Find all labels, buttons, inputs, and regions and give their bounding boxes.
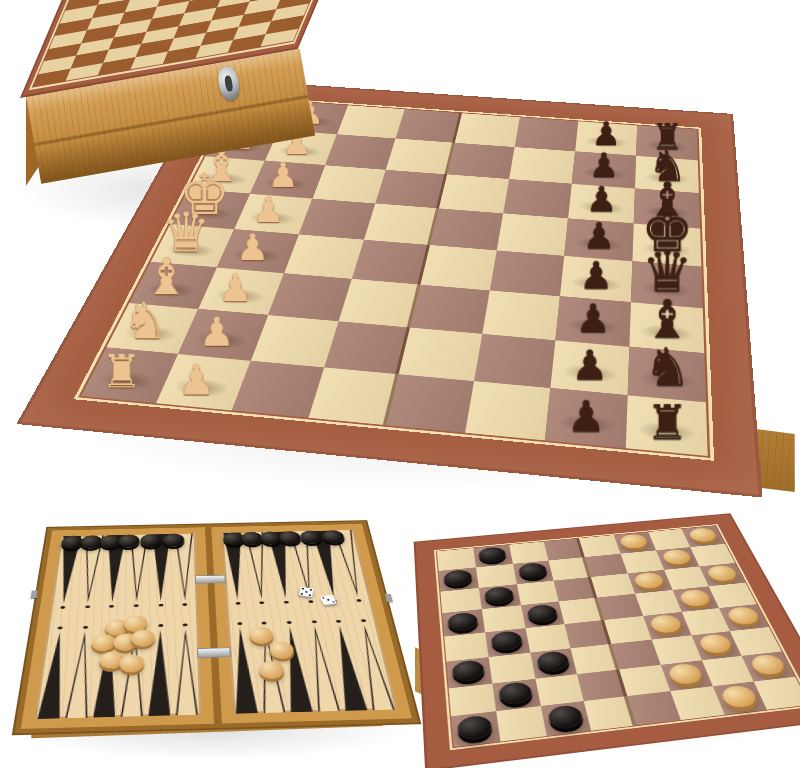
checkers-piece-black — [536, 651, 571, 673]
point-tip-dot — [336, 620, 342, 623]
checkers-piece-black — [452, 659, 485, 682]
chess-piece-black-r: ♜ — [645, 398, 688, 446]
chess-square — [465, 381, 550, 440]
point-tip-dot — [235, 602, 240, 605]
point-tip-dot — [158, 624, 163, 627]
chess-piece-black-p: ♟ — [571, 345, 608, 386]
checkers-scene — [398, 470, 800, 768]
checkers-square — [496, 706, 546, 741]
point-tip-dot — [262, 622, 267, 625]
checkers-piece-black — [547, 704, 585, 730]
point-tip-dot — [60, 606, 65, 609]
backgammon-scene — [6, 470, 421, 768]
clasp-hook-icon — [385, 594, 393, 602]
closed-box-scene — [6, 0, 436, 255]
chess-square — [430, 208, 503, 250]
checkers-piece-light — [633, 572, 666, 590]
chess-piece-white-p: ♟ — [198, 313, 234, 353]
checkers-piece-light — [748, 653, 787, 675]
checkers-piece-black — [484, 586, 515, 605]
chess-piece-white-p: ♟ — [218, 269, 252, 307]
chess-square: ♟ — [555, 296, 631, 346]
point-tip-dot — [58, 627, 63, 630]
chess-square — [399, 328, 483, 382]
point-tip-dot — [260, 601, 265, 604]
point-tip-dot — [361, 619, 367, 622]
chess-square — [474, 334, 555, 388]
point-triangle — [175, 629, 198, 715]
checkers-piece-black — [444, 569, 473, 587]
checkers-piece-light — [725, 606, 761, 626]
checkers-piece-black — [457, 714, 493, 740]
hinge-icon — [195, 575, 226, 584]
point-tip-dot — [237, 622, 242, 625]
checkers-piece-light — [667, 662, 705, 685]
point-tip-dot — [134, 604, 139, 607]
chess-square: ♟ — [545, 388, 628, 448]
checkers-board — [414, 513, 800, 768]
point-tip-dot — [109, 605, 114, 608]
backgammon-half-right — [211, 524, 412, 724]
checkers-piece-black — [478, 547, 507, 563]
chess-square — [386, 374, 474, 433]
chess-square — [509, 147, 575, 184]
metal-clasp-icon — [216, 65, 242, 102]
point-tip-dot — [83, 626, 88, 629]
point-tip-dot — [183, 624, 188, 627]
chess-piece-white-p: ♟ — [177, 360, 214, 402]
checkers-piece-light — [649, 614, 684, 634]
chess-piece-black-p: ♟ — [579, 257, 613, 295]
point-tip-dot — [183, 603, 188, 606]
chess-square: ♜ — [626, 395, 708, 456]
point-tip-dot — [308, 600, 313, 603]
checkers-piece-light — [705, 565, 739, 582]
chess-piece-black-p: ♟ — [588, 149, 618, 183]
checkers-piece-black — [498, 681, 533, 705]
backgammon-box — [12, 520, 422, 735]
hinge-icon — [197, 647, 231, 657]
chess-square — [497, 213, 568, 255]
checkers-piece-black — [448, 612, 479, 632]
checkers-piece-light — [719, 684, 759, 708]
chess-square — [309, 367, 399, 425]
point-tip-dot — [286, 621, 291, 624]
chess-square — [268, 273, 352, 321]
chess-square — [439, 174, 509, 213]
point-tip-dot — [284, 601, 289, 604]
chess-square — [447, 143, 515, 179]
checkers-piece-light — [678, 588, 713, 607]
checkers-square — [540, 701, 591, 736]
clasp-hook-icon — [31, 590, 38, 598]
chess-piece-black-p: ♟ — [566, 396, 605, 439]
chess-square — [490, 250, 564, 296]
chess-piece-black-p: ♟ — [582, 218, 615, 254]
checkers-piece-light — [661, 549, 693, 566]
point-tip-dot — [311, 621, 317, 624]
checkers-piece-black — [518, 562, 548, 579]
chess-piece-white-r: ♜ — [100, 348, 141, 394]
point-tip-dot — [158, 604, 163, 607]
checkers-grid — [437, 526, 800, 747]
checkers-piece-light — [687, 527, 719, 543]
product-photo: ♜♟♟♜♞♟♟♞♝♟♟♝♚♟♟♚♛♟♟♛♝♟♟♝♞♟♟♞♜♟♟♜ — [0, 0, 800, 768]
backgammon-point — [173, 629, 201, 715]
checkers-piece-light — [619, 534, 650, 550]
chess-square — [232, 361, 324, 418]
chess-square — [515, 117, 579, 151]
chess-square — [482, 290, 560, 340]
chess-piece-black-p: ♟ — [585, 182, 616, 217]
chess-square — [410, 285, 490, 334]
checkers-piece-black — [526, 604, 558, 624]
chess-piece-white-n: ♞ — [122, 295, 168, 346]
point-tip-dot — [356, 599, 361, 602]
backgammon-half-left — [21, 527, 214, 729]
chess-square — [324, 321, 410, 374]
die-icon — [299, 587, 315, 598]
checkers-piece-black — [490, 631, 523, 652]
chess-piece-black-p: ♟ — [575, 299, 610, 338]
chess-piece-black-n: ♞ — [643, 341, 691, 394]
chess-square — [339, 279, 421, 328]
chess-square: ♟ — [550, 340, 629, 395]
chess-square — [455, 113, 520, 147]
checkers-piece-light — [697, 633, 734, 654]
checkers-square — [451, 711, 500, 747]
chess-square — [503, 179, 572, 218]
point-tip-dot — [85, 605, 90, 608]
